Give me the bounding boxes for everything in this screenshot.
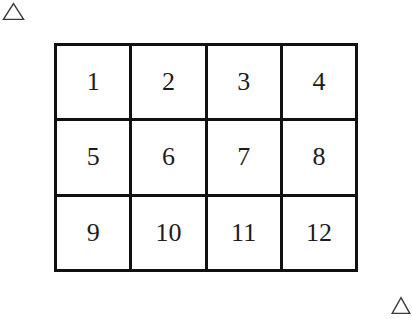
grid-cell-r3-c1: 9 [57, 197, 129, 269]
grid-cell-r1-c2: 2 [132, 46, 204, 118]
number-grid: 1 2 3 4 5 6 7 8 9 10 11 12 [54, 43, 358, 272]
grid-cell-r1-c1: 1 [57, 46, 129, 118]
grid-cell-r1-c4: 4 [283, 46, 355, 118]
grid-cell-r1-c3: 3 [208, 46, 280, 118]
grid-cell-r3-c3: 11 [208, 197, 280, 269]
triangle-icon-bottom-right [391, 296, 411, 315]
grid-cell-r3-c2: 10 [132, 197, 204, 269]
grid-cell-r2-c2: 6 [132, 121, 204, 193]
grid-cell-r2-c3: 7 [208, 121, 280, 193]
grid-cell-r2-c4: 8 [283, 121, 355, 193]
grid-cell-r3-c4: 12 [283, 197, 355, 269]
triangle-icon-top-left [2, 2, 25, 21]
grid-cell-r2-c1: 5 [57, 121, 129, 193]
diagram-canvas: 1 2 3 4 5 6 7 8 9 10 11 12 [0, 0, 412, 319]
